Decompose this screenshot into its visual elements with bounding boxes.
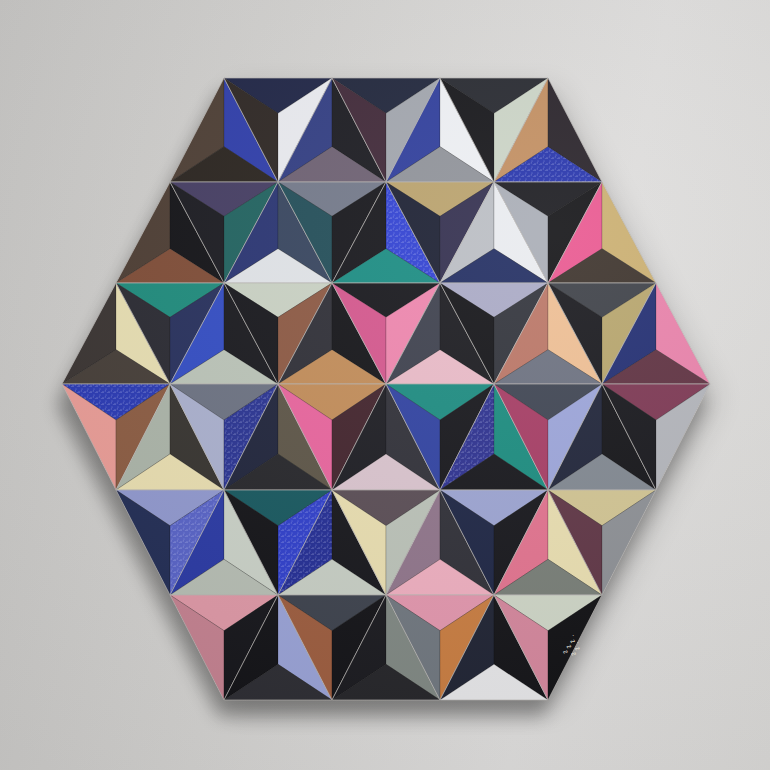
photo-scene: ∿∿∿˙∿∿˙ <box>0 0 770 770</box>
module-grid <box>62 78 710 700</box>
hexagon-triangle-mosaic-artwork: ∿∿∿˙∿∿˙ <box>0 0 770 770</box>
